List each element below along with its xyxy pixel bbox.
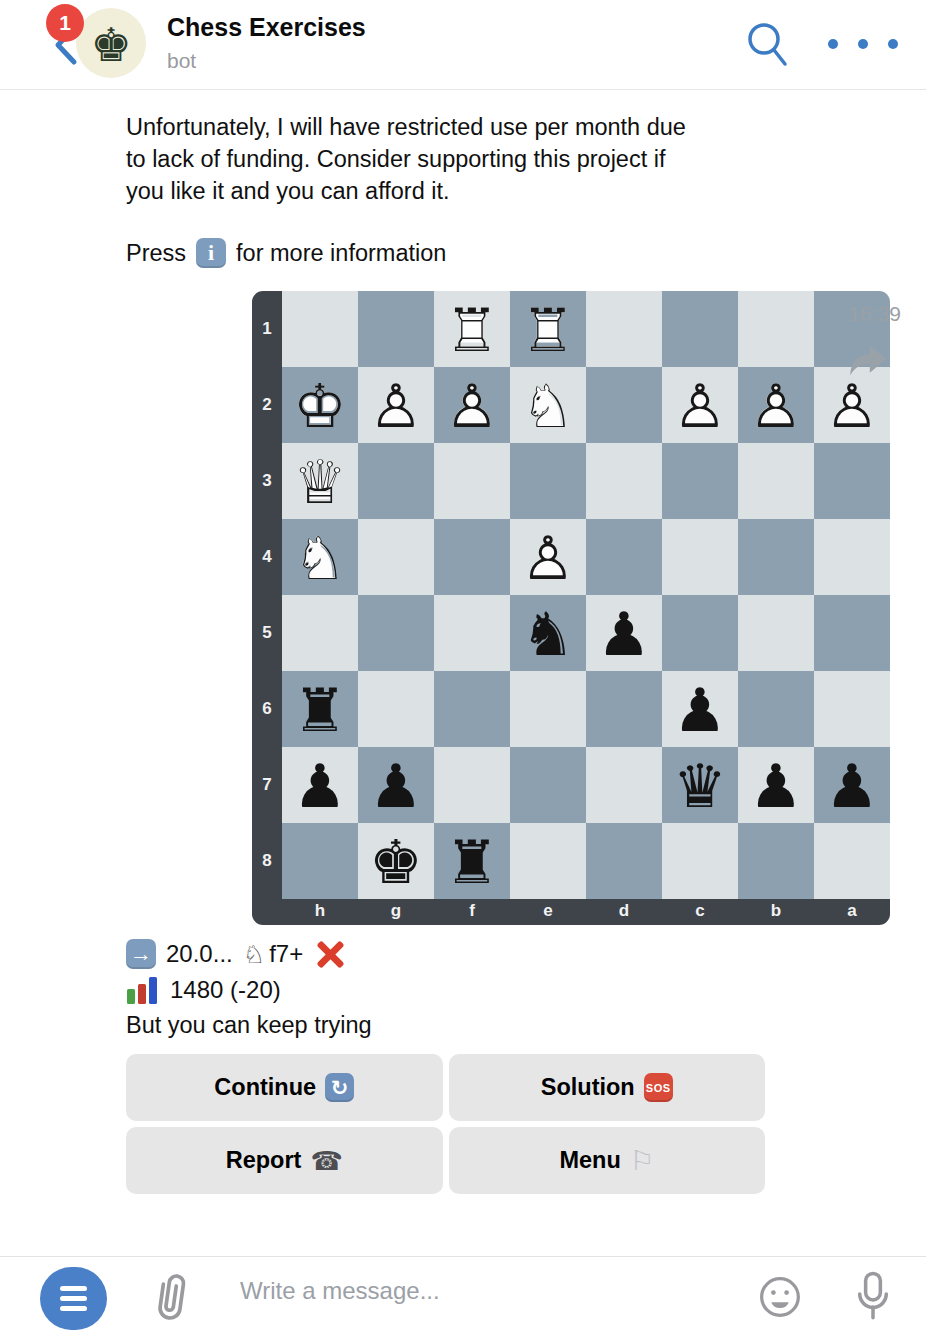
hamburger-icon bbox=[60, 1286, 87, 1291]
black-pawn-d5: ♟ bbox=[586, 595, 662, 671]
chat-header: 1 ♚ Chess Exercises bot bbox=[0, 0, 926, 90]
file-label-b: b bbox=[738, 899, 814, 925]
square-f4 bbox=[434, 519, 510, 595]
square-e1: ♜♖ bbox=[510, 291, 586, 367]
message-input[interactable] bbox=[240, 1277, 680, 1305]
rank-label-7: 7 bbox=[252, 747, 282, 823]
file-label-g: g bbox=[358, 899, 434, 925]
square-a8 bbox=[814, 823, 890, 899]
unread-badge: 1 bbox=[46, 4, 84, 42]
square-b5 bbox=[738, 595, 814, 671]
chat-area: Unfortunately, I will have restricted us… bbox=[0, 91, 926, 1256]
square-b8 bbox=[738, 823, 814, 899]
message-time: 16:39 bbox=[848, 302, 901, 326]
black-rook-f8: ♜ bbox=[434, 823, 510, 899]
attach-button[interactable] bbox=[148, 1271, 192, 1325]
search-button[interactable] bbox=[744, 20, 790, 68]
square-f3 bbox=[434, 443, 510, 519]
square-h4: ♞♘ bbox=[282, 519, 358, 595]
continue-button[interactable]: Continue ↻ bbox=[126, 1054, 443, 1121]
file-label-h: h bbox=[282, 899, 358, 925]
chess-board[interactable]: 1♜♖♜♖2♚♔♟♙♟♙♞♘♟♙♟♙♟♙3♛♕4♞♘♟♙5♞♟6♜♟7♟♟♛♟♟… bbox=[252, 291, 890, 925]
square-a3 bbox=[814, 443, 890, 519]
search-icon bbox=[744, 20, 790, 68]
square-h7: ♟ bbox=[282, 747, 358, 823]
black-pawn-g7: ♟ bbox=[358, 747, 434, 823]
black-king-g8: ♚ bbox=[358, 823, 434, 899]
press-suffix-label: for more information bbox=[236, 240, 446, 267]
square-b1 bbox=[738, 291, 814, 367]
square-b6 bbox=[738, 671, 814, 747]
square-e5: ♞ bbox=[510, 595, 586, 671]
white-rook-f1: ♜♖ bbox=[434, 291, 510, 367]
square-f2: ♟♙ bbox=[434, 367, 510, 443]
file-label-f: f bbox=[434, 899, 510, 925]
white-knight-e2: ♞♘ bbox=[510, 367, 586, 443]
menu-button[interactable]: Menu ⚐ bbox=[449, 1127, 766, 1194]
voice-message-button[interactable] bbox=[852, 1269, 894, 1325]
square-e2: ♞♘ bbox=[510, 367, 586, 443]
avatar[interactable]: ♚ bbox=[76, 8, 146, 78]
square-e6 bbox=[510, 671, 586, 747]
rank-label-2: 2 bbox=[252, 367, 282, 443]
square-g5 bbox=[358, 595, 434, 671]
square-g3 bbox=[358, 443, 434, 519]
board-corner bbox=[252, 899, 282, 925]
move-number: 20.0... bbox=[166, 940, 233, 968]
square-c5 bbox=[662, 595, 738, 671]
square-e3 bbox=[510, 443, 586, 519]
square-b4 bbox=[738, 519, 814, 595]
white-pawn-b2: ♟♙ bbox=[738, 367, 814, 443]
rank-label-6: 6 bbox=[252, 671, 282, 747]
square-c1 bbox=[662, 291, 738, 367]
black-rook-h6: ♜ bbox=[282, 671, 358, 747]
white-king-h2: ♚♔ bbox=[282, 367, 358, 443]
message-composer bbox=[0, 1256, 926, 1340]
report-button[interactable]: Report ☎ bbox=[126, 1127, 443, 1194]
square-g7: ♟ bbox=[358, 747, 434, 823]
square-h3: ♛♕ bbox=[282, 443, 358, 519]
black-pawn-a7: ♟ bbox=[814, 747, 890, 823]
square-e8 bbox=[510, 823, 586, 899]
arrow-right-icon: → bbox=[126, 939, 156, 969]
white-queen-h3: ♛♕ bbox=[282, 443, 358, 519]
square-e4: ♟♙ bbox=[510, 519, 586, 595]
phone-icon: ☎ bbox=[310, 1146, 342, 1176]
square-d3 bbox=[586, 443, 662, 519]
forward-button[interactable] bbox=[846, 340, 890, 380]
white-flag-icon: ⚐ bbox=[630, 1145, 654, 1176]
square-h8 bbox=[282, 823, 358, 899]
black-pawn-b7: ♟ bbox=[738, 747, 814, 823]
white-pawn-e4: ♟♙ bbox=[510, 519, 586, 595]
square-c4 bbox=[662, 519, 738, 595]
square-f8: ♜ bbox=[434, 823, 510, 899]
knight-figurine-icon: ♘ bbox=[243, 940, 265, 969]
square-h6: ♜ bbox=[282, 671, 358, 747]
square-f5 bbox=[434, 595, 510, 671]
inline-keyboard: Continue ↻ Solution SOS Report ☎ Menu ⚐ bbox=[126, 1054, 765, 1194]
smiley-icon bbox=[758, 1275, 802, 1319]
square-a5 bbox=[814, 595, 890, 671]
square-g8: ♚ bbox=[358, 823, 434, 899]
square-b3 bbox=[738, 443, 814, 519]
telegram-chat-window: 1 ♚ Chess Exercises bot Unfortunately, I… bbox=[0, 0, 926, 1340]
move-san: f7+ bbox=[269, 940, 303, 968]
press-info-line: Press i for more information bbox=[126, 238, 786, 268]
square-d7 bbox=[586, 747, 662, 823]
square-g2: ♟♙ bbox=[358, 367, 434, 443]
emoji-button[interactable] bbox=[758, 1275, 802, 1319]
square-c8 bbox=[662, 823, 738, 899]
repeat-icon: ↻ bbox=[325, 1073, 354, 1102]
rank-label-8: 8 bbox=[252, 823, 282, 899]
square-h5 bbox=[282, 595, 358, 671]
square-g4 bbox=[358, 519, 434, 595]
file-label-d: d bbox=[586, 899, 662, 925]
square-d4 bbox=[586, 519, 662, 595]
square-a6 bbox=[814, 671, 890, 747]
sos-icon: SOS bbox=[644, 1073, 673, 1102]
black-pawn-c6: ♟ bbox=[662, 671, 738, 747]
rating-eval: 1480 (-20) bbox=[170, 976, 281, 1004]
file-label-e: e bbox=[510, 899, 586, 925]
bot-menu-button[interactable] bbox=[40, 1267, 107, 1330]
solution-button[interactable]: Solution SOS bbox=[449, 1054, 766, 1121]
bar-chart-icon bbox=[126, 976, 158, 1004]
rank-label-3: 3 bbox=[252, 443, 282, 519]
square-d8 bbox=[586, 823, 662, 899]
press-label: Press bbox=[126, 240, 186, 267]
chat-title: Chess Exercises bbox=[167, 13, 366, 42]
white-pawn-c2: ♟♙ bbox=[662, 367, 738, 443]
square-b2: ♟♙ bbox=[738, 367, 814, 443]
rank-label-1: 1 bbox=[252, 291, 282, 367]
black-pawn-h7: ♟ bbox=[282, 747, 358, 823]
white-pawn-f2: ♟♙ bbox=[434, 367, 510, 443]
square-c7: ♛ bbox=[662, 747, 738, 823]
rank-label-5: 5 bbox=[252, 595, 282, 671]
eval-line: 1480 (-20) bbox=[126, 976, 786, 1004]
square-d1 bbox=[586, 291, 662, 367]
square-h1 bbox=[282, 291, 358, 367]
square-f6 bbox=[434, 671, 510, 747]
chat-subtitle: bot bbox=[167, 49, 196, 73]
square-c6: ♟ bbox=[662, 671, 738, 747]
square-g6 bbox=[358, 671, 434, 747]
encourage-text: But you can keep trying bbox=[126, 1012, 786, 1039]
square-h2: ♚♔ bbox=[282, 367, 358, 443]
square-f1: ♜♖ bbox=[434, 291, 510, 367]
forward-arrow-icon bbox=[846, 340, 890, 380]
square-d2 bbox=[586, 367, 662, 443]
file-label-c: c bbox=[662, 899, 738, 925]
square-e7 bbox=[510, 747, 586, 823]
white-pawn-g2: ♟♙ bbox=[358, 367, 434, 443]
microphone-icon bbox=[852, 1269, 894, 1325]
square-c2: ♟♙ bbox=[662, 367, 738, 443]
square-d5: ♟ bbox=[586, 595, 662, 671]
white-knight-h4: ♞♘ bbox=[282, 519, 358, 595]
square-g1 bbox=[358, 291, 434, 367]
black-knight-e5: ♞ bbox=[510, 595, 586, 671]
white-rook-e1: ♜♖ bbox=[510, 291, 586, 367]
square-a4 bbox=[814, 519, 890, 595]
move-result-line: → 20.0... ♘ f7+ bbox=[126, 939, 786, 969]
square-f7 bbox=[434, 747, 510, 823]
square-b7: ♟ bbox=[738, 747, 814, 823]
black-queen-c7: ♛ bbox=[662, 747, 738, 823]
more-options-button[interactable] bbox=[828, 30, 898, 58]
square-a7: ♟ bbox=[814, 747, 890, 823]
info-icon: i bbox=[196, 238, 226, 268]
wrong-move-x-icon bbox=[315, 939, 345, 969]
ellipsis-icon bbox=[828, 39, 838, 49]
paperclip-icon bbox=[148, 1271, 192, 1325]
square-c3 bbox=[662, 443, 738, 519]
bot-intro-message: Unfortunately, I will have restricted us… bbox=[126, 91, 786, 207]
rank-label-4: 4 bbox=[252, 519, 282, 595]
file-label-a: a bbox=[814, 899, 890, 925]
square-d6 bbox=[586, 671, 662, 747]
